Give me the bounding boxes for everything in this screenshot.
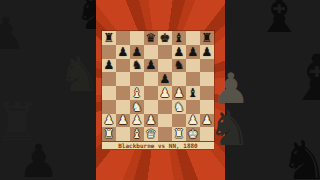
white-knight-f3: ♞ bbox=[174, 101, 185, 113]
square-b1 bbox=[116, 127, 130, 141]
square-b7: ♟ bbox=[116, 45, 130, 59]
square-b5 bbox=[116, 72, 130, 86]
black-pawn-g7: ♟ bbox=[188, 46, 199, 58]
square-g6 bbox=[186, 59, 200, 73]
square-e5: ♟ bbox=[158, 72, 172, 86]
white-rook-f1: ♜ bbox=[174, 128, 185, 140]
square-f5 bbox=[172, 72, 186, 86]
square-a4 bbox=[102, 86, 116, 100]
square-h8: ♜ bbox=[200, 31, 214, 45]
black-knight-f6: ♞ bbox=[174, 59, 185, 71]
white-rook-a1: ♜ bbox=[104, 128, 115, 140]
square-b3 bbox=[116, 100, 130, 114]
square-d3 bbox=[144, 100, 158, 114]
square-f8: ♝ bbox=[172, 31, 186, 45]
square-g3 bbox=[186, 100, 200, 114]
square-h7: ♟ bbox=[200, 45, 214, 59]
square-b8 bbox=[116, 31, 130, 45]
square-a8: ♜ bbox=[102, 31, 116, 45]
black-rook-h8: ♜ bbox=[202, 32, 213, 44]
square-c4: ♝ bbox=[130, 86, 144, 100]
square-b6 bbox=[116, 59, 130, 73]
square-b4 bbox=[116, 86, 130, 100]
chess-board: ♜♛♚♝♜♟♟♟♟♟♟♞♟♞♟♝♟♟♝♞♞♟♟♟♟♟♟♜♝♛♜♚ bbox=[102, 31, 214, 141]
square-c3: ♞ bbox=[130, 100, 144, 114]
knight-silhouette-bottom-right-icon: ♞ bbox=[280, 134, 320, 180]
square-a5 bbox=[102, 72, 116, 86]
white-pawn-d2: ♟ bbox=[146, 114, 157, 126]
black-queen-d8: ♛ bbox=[146, 32, 157, 44]
square-f3: ♞ bbox=[172, 100, 186, 114]
square-e7 bbox=[158, 45, 172, 59]
square-e1 bbox=[158, 127, 172, 141]
black-pawn-d6: ♟ bbox=[146, 59, 157, 71]
square-d8: ♛ bbox=[144, 31, 158, 45]
square-f6: ♞ bbox=[172, 59, 186, 73]
square-a7 bbox=[102, 45, 116, 59]
white-pawn-f4: ♟ bbox=[174, 87, 185, 99]
square-d1: ♛ bbox=[144, 127, 158, 141]
square-g4: ♝ bbox=[186, 86, 200, 100]
white-pawn-e4: ♟ bbox=[160, 87, 171, 99]
square-c5 bbox=[130, 72, 144, 86]
square-e4: ♟ bbox=[158, 86, 172, 100]
black-knight-c6: ♞ bbox=[132, 59, 143, 71]
square-c1: ♝ bbox=[130, 127, 144, 141]
square-g8 bbox=[186, 31, 200, 45]
white-bishop-c4: ♝ bbox=[132, 87, 143, 99]
rook-silhouette-left-low-icon: ♜ bbox=[0, 96, 41, 148]
square-a3 bbox=[102, 100, 116, 114]
white-pawn-b2: ♟ bbox=[118, 114, 129, 126]
square-g1: ♚ bbox=[186, 127, 200, 141]
black-king-e8: ♚ bbox=[160, 32, 171, 44]
pawn-silhouette-bottom-left-icon: ♟ bbox=[18, 138, 59, 180]
white-pawn-h2: ♟ bbox=[202, 114, 213, 126]
white-queen-d1: ♛ bbox=[146, 128, 157, 140]
square-c7: ♟ bbox=[130, 45, 144, 59]
pawn-silhouette-left-edge-icon: ♟ bbox=[0, 12, 25, 56]
black-pawn-h7: ♟ bbox=[202, 46, 213, 58]
white-king-g1: ♚ bbox=[188, 128, 199, 140]
square-e8: ♚ bbox=[158, 31, 172, 45]
square-d5 bbox=[144, 72, 158, 86]
square-h2: ♟ bbox=[200, 114, 214, 128]
black-pawn-f7: ♟ bbox=[174, 46, 185, 58]
square-d4 bbox=[144, 86, 158, 100]
white-pawn-a2: ♟ bbox=[104, 114, 115, 126]
square-h5 bbox=[200, 72, 214, 86]
black-pawn-b7: ♟ bbox=[118, 46, 129, 58]
square-g2: ♟ bbox=[186, 114, 200, 128]
black-bishop-f8: ♝ bbox=[174, 32, 185, 44]
square-f2 bbox=[172, 114, 186, 128]
square-a2: ♟ bbox=[102, 114, 116, 128]
square-h6 bbox=[200, 59, 214, 73]
square-g5 bbox=[186, 72, 200, 86]
black-bishop-g4: ♝ bbox=[188, 87, 199, 99]
square-h3 bbox=[200, 100, 214, 114]
square-a6: ♟ bbox=[102, 59, 116, 73]
square-a1: ♜ bbox=[102, 127, 116, 141]
square-h1 bbox=[200, 127, 214, 141]
black-pawn-a6: ♟ bbox=[104, 59, 115, 71]
black-pawn-c7: ♟ bbox=[132, 46, 143, 58]
video-frame: ♞♟♞♜♟♝♝♟♞♞ ♜♛♚♝♜♟♟♟♟♟♟♞♟♞♟♝♟♟♝♞♞♟♟♟♟♟♟♜♝… bbox=[0, 0, 320, 180]
square-c6: ♞ bbox=[130, 59, 144, 73]
white-knight-c3: ♞ bbox=[132, 101, 143, 113]
square-b2: ♟ bbox=[116, 114, 130, 128]
square-f4: ♟ bbox=[172, 86, 186, 100]
square-c8 bbox=[130, 31, 144, 45]
square-f1: ♜ bbox=[172, 127, 186, 141]
square-d6: ♟ bbox=[144, 59, 158, 73]
bishop-silhouette-right-edge-icon: ♝ bbox=[288, 46, 320, 110]
square-g7: ♟ bbox=[186, 45, 200, 59]
black-pawn-e5: ♟ bbox=[160, 73, 171, 85]
square-e2 bbox=[158, 114, 172, 128]
sunburst-background: ♜♛♚♝♜♟♟♟♟♟♟♞♟♞♟♝♟♟♝♞♞♟♟♟♟♟♟♜♝♛♜♚ Blackbu… bbox=[96, 0, 225, 180]
knight-silhouette-left-mid-icon: ♞ bbox=[58, 50, 101, 98]
bishop-silhouette-top-right-icon: ♝ bbox=[256, 0, 303, 40]
white-bishop-c1: ♝ bbox=[132, 128, 143, 140]
square-d7 bbox=[144, 45, 158, 59]
square-e6 bbox=[158, 59, 172, 73]
white-pawn-g2: ♟ bbox=[188, 114, 199, 126]
square-f7: ♟ bbox=[172, 45, 186, 59]
game-caption: Blackburne vs NN, 1880 bbox=[102, 141, 214, 150]
square-c2: ♟ bbox=[130, 114, 144, 128]
square-e3 bbox=[158, 100, 172, 114]
black-rook-a8: ♜ bbox=[104, 32, 115, 44]
square-h4 bbox=[200, 86, 214, 100]
square-d2: ♟ bbox=[144, 114, 158, 128]
white-pawn-c2: ♟ bbox=[132, 114, 143, 126]
